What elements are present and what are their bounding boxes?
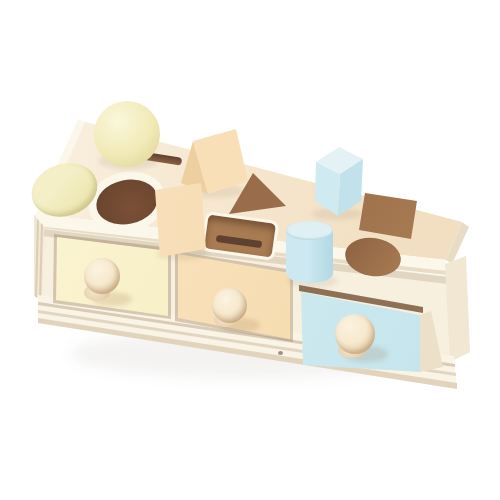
drawer-middle-knob	[212, 288, 247, 323]
drawer-right-knob	[335, 314, 375, 354]
blue-cylinder-top	[286, 221, 333, 240]
yellow-ball	[94, 101, 160, 167]
wood-speck	[278, 351, 283, 355]
drawer-left-knob	[84, 258, 120, 294]
product-photo-scene	[0, 0, 500, 500]
